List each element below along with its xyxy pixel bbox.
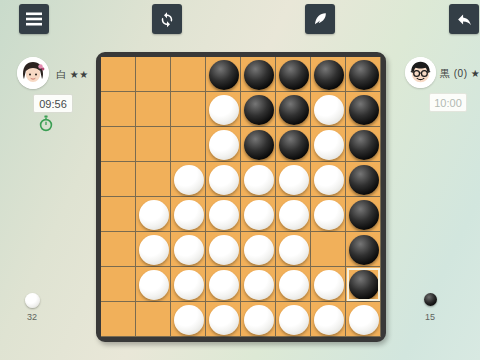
stopwatch-icon bbox=[38, 115, 54, 132]
white-stone bbox=[174, 165, 204, 195]
board-cell[interactable] bbox=[241, 302, 276, 337]
board-cell[interactable] bbox=[136, 92, 171, 127]
board-cell[interactable] bbox=[171, 267, 206, 302]
black-stone bbox=[349, 235, 379, 265]
board-cell[interactable] bbox=[206, 197, 241, 232]
white-stone bbox=[174, 270, 204, 300]
black-score-stone bbox=[424, 293, 437, 306]
board-cell[interactable] bbox=[171, 162, 206, 197]
white-stone bbox=[349, 305, 379, 335]
undo-button[interactable] bbox=[449, 4, 479, 34]
board-cell[interactable] bbox=[206, 162, 241, 197]
white-stone bbox=[139, 235, 169, 265]
board-cell[interactable] bbox=[171, 92, 206, 127]
board-cell[interactable] bbox=[241, 162, 276, 197]
white-stone bbox=[139, 270, 169, 300]
white-stone bbox=[314, 165, 344, 195]
board-cell[interactable] bbox=[101, 162, 136, 197]
board-cell[interactable] bbox=[101, 267, 136, 302]
board-cell[interactable] bbox=[136, 232, 171, 267]
board-grid bbox=[101, 57, 381, 337]
board-cell[interactable] bbox=[171, 197, 206, 232]
white-stone bbox=[314, 130, 344, 160]
black-stone bbox=[349, 270, 379, 300]
black-stone bbox=[244, 130, 274, 160]
white-score-stone bbox=[25, 293, 40, 308]
board-cell[interactable] bbox=[276, 127, 311, 162]
white-stone bbox=[244, 305, 274, 335]
hamburger-icon bbox=[26, 12, 42, 26]
board-cell[interactable] bbox=[241, 92, 276, 127]
board-cell[interactable] bbox=[171, 127, 206, 162]
black-stone bbox=[349, 95, 379, 125]
black-score-count: 15 bbox=[425, 312, 435, 322]
board-cell[interactable] bbox=[241, 232, 276, 267]
board-cell[interactable] bbox=[346, 302, 381, 337]
board-cell[interactable] bbox=[311, 267, 346, 302]
board-cell[interactable] bbox=[276, 197, 311, 232]
board-cell[interactable] bbox=[241, 267, 276, 302]
board-cell[interactable] bbox=[136, 197, 171, 232]
white-stone bbox=[279, 200, 309, 230]
board-cell[interactable] bbox=[276, 267, 311, 302]
board-cell[interactable] bbox=[206, 232, 241, 267]
board-cell[interactable] bbox=[136, 162, 171, 197]
menu-button[interactable] bbox=[19, 4, 49, 34]
board-cell[interactable] bbox=[311, 57, 346, 92]
board-cell[interactable] bbox=[276, 232, 311, 267]
board-cell[interactable] bbox=[346, 267, 381, 302]
board-cell[interactable] bbox=[206, 267, 241, 302]
white-stone bbox=[314, 200, 344, 230]
white-stone bbox=[209, 95, 239, 125]
black-stone bbox=[244, 60, 274, 90]
board-cell[interactable] bbox=[346, 57, 381, 92]
white-stone bbox=[279, 270, 309, 300]
board-cell[interactable] bbox=[346, 92, 381, 127]
board-cell[interactable] bbox=[276, 92, 311, 127]
white-stone bbox=[279, 165, 309, 195]
black-player-name: 黒 (0) ★ bbox=[440, 67, 480, 81]
white-stone bbox=[209, 165, 239, 195]
white-stone bbox=[279, 235, 309, 265]
board-cell[interactable] bbox=[171, 302, 206, 337]
board-cell[interactable] bbox=[311, 302, 346, 337]
black-stone bbox=[209, 60, 239, 90]
board-cell[interactable] bbox=[346, 127, 381, 162]
black-stone bbox=[349, 60, 379, 90]
board-cell[interactable] bbox=[101, 232, 136, 267]
board-cell[interactable] bbox=[241, 57, 276, 92]
white-stone bbox=[174, 305, 204, 335]
black-player-timer: 10:00 bbox=[429, 93, 467, 112]
board-cell[interactable] bbox=[101, 92, 136, 127]
feather-quill-icon bbox=[312, 11, 328, 27]
othello-board bbox=[96, 52, 386, 342]
white-score-count: 32 bbox=[27, 312, 37, 322]
board-cell[interactable] bbox=[136, 57, 171, 92]
board-cell[interactable] bbox=[276, 162, 311, 197]
board-cell[interactable] bbox=[241, 127, 276, 162]
black-stone bbox=[349, 200, 379, 230]
board-cell[interactable] bbox=[241, 197, 276, 232]
white-stone bbox=[279, 305, 309, 335]
black-stone bbox=[279, 95, 309, 125]
black-stone bbox=[349, 130, 379, 160]
white-stone bbox=[209, 270, 239, 300]
board-cell[interactable] bbox=[206, 57, 241, 92]
refresh-icon bbox=[158, 10, 176, 28]
board-cell[interactable] bbox=[311, 92, 346, 127]
refresh-button[interactable] bbox=[152, 4, 182, 34]
board-cell[interactable] bbox=[101, 197, 136, 232]
white-stone bbox=[209, 130, 239, 160]
white-stone bbox=[174, 235, 204, 265]
board-cell[interactable] bbox=[311, 162, 346, 197]
white-player-name: 白 ★★ bbox=[56, 68, 89, 82]
annotate-button[interactable] bbox=[305, 4, 335, 34]
white-stone bbox=[244, 200, 274, 230]
board-cell[interactable] bbox=[346, 162, 381, 197]
board-cell[interactable] bbox=[346, 232, 381, 267]
board-cell[interactable] bbox=[101, 127, 136, 162]
white-stone bbox=[244, 270, 274, 300]
white-stone bbox=[139, 200, 169, 230]
black-stone bbox=[279, 60, 309, 90]
white-stone bbox=[174, 200, 204, 230]
black-stone bbox=[349, 165, 379, 195]
board-cell[interactable] bbox=[171, 57, 206, 92]
board-cell[interactable] bbox=[136, 267, 171, 302]
black-player-avatar bbox=[405, 57, 436, 88]
board-cell[interactable] bbox=[276, 57, 311, 92]
white-stone bbox=[209, 305, 239, 335]
white-stone bbox=[314, 305, 344, 335]
white-stone bbox=[209, 200, 239, 230]
black-stone bbox=[244, 95, 274, 125]
board-cell[interactable] bbox=[136, 302, 171, 337]
board-cell[interactable] bbox=[311, 232, 346, 267]
white-stone bbox=[244, 235, 274, 265]
undo-arrow-icon bbox=[456, 11, 473, 28]
white-stone bbox=[314, 95, 344, 125]
white-stone bbox=[209, 235, 239, 265]
board-cell[interactable] bbox=[311, 197, 346, 232]
board-cell[interactable] bbox=[171, 232, 206, 267]
board-cell[interactable] bbox=[206, 127, 241, 162]
board-cell[interactable] bbox=[206, 302, 241, 337]
board-cell[interactable] bbox=[346, 197, 381, 232]
board-cell[interactable] bbox=[276, 302, 311, 337]
black-stone bbox=[279, 130, 309, 160]
white-stone bbox=[314, 270, 344, 300]
board-cell[interactable] bbox=[311, 127, 346, 162]
board-cell[interactable] bbox=[206, 92, 241, 127]
board-cell[interactable] bbox=[136, 127, 171, 162]
white-player-avatar bbox=[17, 57, 49, 89]
board-cell[interactable] bbox=[101, 302, 136, 337]
black-stone bbox=[314, 60, 344, 90]
board-cell[interactable] bbox=[101, 57, 136, 92]
white-player-timer: 09:56 bbox=[33, 94, 73, 113]
white-stone bbox=[244, 165, 274, 195]
